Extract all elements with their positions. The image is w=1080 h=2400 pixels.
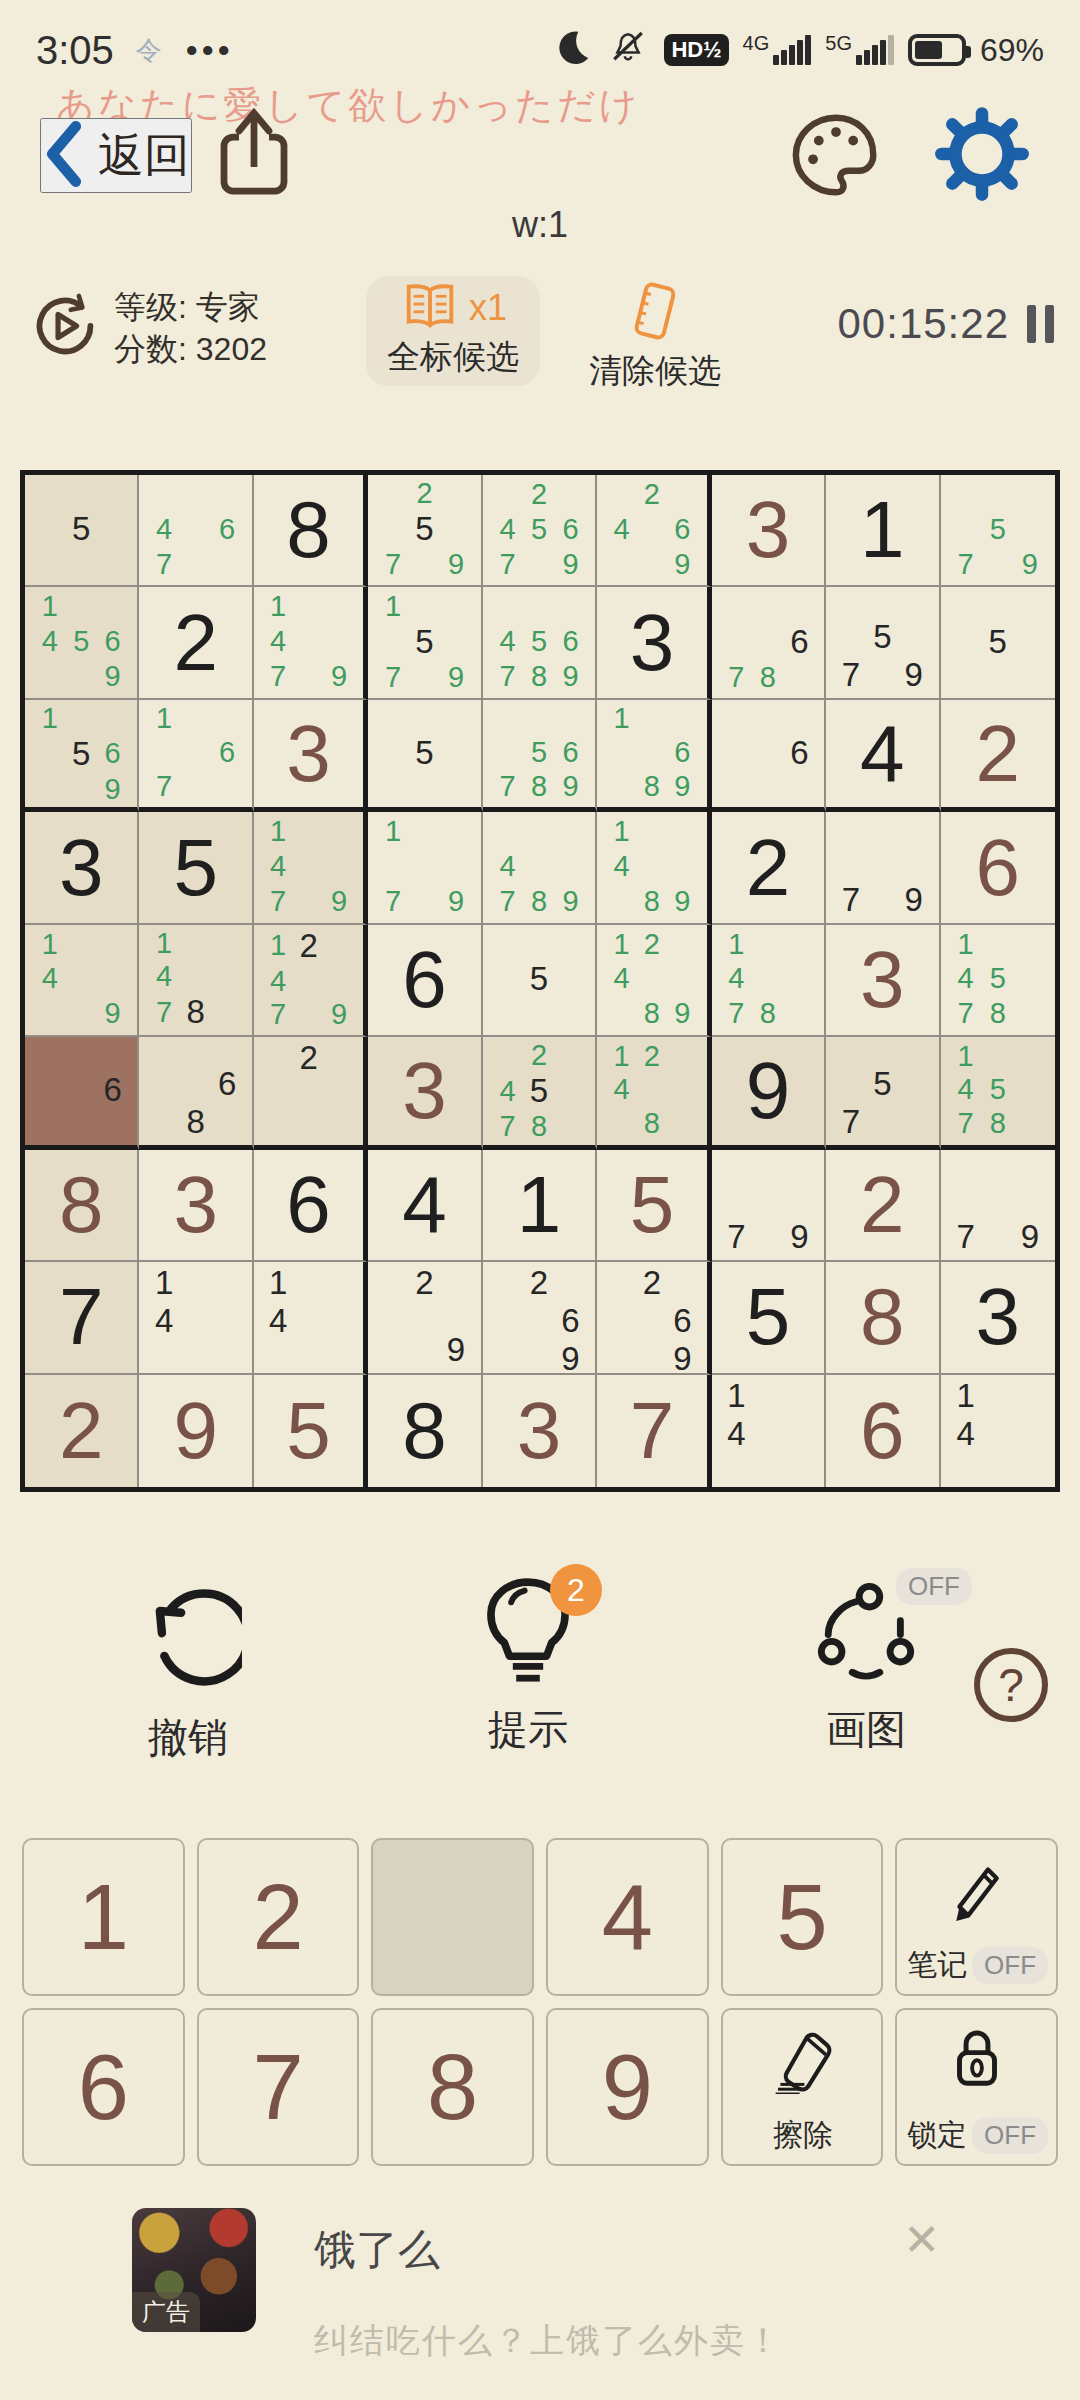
note-digit: 6 xyxy=(667,1302,697,1340)
cell-r4c6[interactable]: 1489 xyxy=(597,812,711,924)
pencil-marks: 1479 xyxy=(263,589,354,693)
candidate-digit: 6 xyxy=(97,624,128,659)
cell-r1c5[interactable]: 245679 xyxy=(483,475,597,587)
cell-r7c4[interactable]: 4 xyxy=(368,1150,482,1262)
candidate-digit: 2 xyxy=(637,477,667,512)
cell-r1c4[interactable]: 2579 xyxy=(368,475,482,587)
note-digit: 5 xyxy=(409,623,440,661)
candidate-digit: 6 xyxy=(211,512,242,547)
cell-r3c9[interactable]: 2 xyxy=(941,700,1055,812)
cell-r5c5[interactable]: 5 xyxy=(483,925,597,1037)
mark-all-label: 全标候选 xyxy=(387,335,519,380)
note-digit: 4 xyxy=(263,1302,293,1340)
pencil-marks: 1478 xyxy=(148,927,242,1031)
given-digit: 7 xyxy=(25,1262,137,1372)
numpad-4[interactable]: 4 xyxy=(546,1838,709,1996)
palette-icon xyxy=(790,186,882,201)
notification-dots-icon: ••• xyxy=(186,31,234,70)
cell-r3c1[interactable]: 1569 xyxy=(25,700,139,812)
mute-bell-icon xyxy=(606,28,650,72)
candidate-digit: 4 xyxy=(492,849,523,884)
cell-r6c3[interactable]: 2 xyxy=(254,1037,368,1149)
timer-block: 00:15:22 xyxy=(838,300,1055,348)
cell-r3c2[interactable]: 167 xyxy=(139,700,253,812)
cell-r6c9[interactable]: 14578 xyxy=(941,1037,1055,1149)
pencil-marks: 79 xyxy=(721,1152,815,1256)
cell-r4c1[interactable]: 3 xyxy=(25,812,139,924)
numpad-2[interactable]: 2 xyxy=(197,1838,360,1996)
notes-caption: 笔记OFF xyxy=(907,1945,1048,1986)
note-digit: 9 xyxy=(784,1218,815,1256)
clock: 3:05 xyxy=(36,28,114,73)
question-mark-label: ? xyxy=(998,1658,1024,1712)
candidate-digit: 4 xyxy=(263,849,293,884)
cell-r1c2[interactable]: 467 xyxy=(139,475,253,587)
numpad-9[interactable]: 9 xyxy=(546,2008,709,2166)
cell-r1c3[interactable]: 8 xyxy=(254,475,368,587)
note-digit: 9 xyxy=(555,1340,586,1378)
cell-r1c1[interactable]: 5 xyxy=(25,475,139,587)
hd-voice-icon: HD½ xyxy=(664,34,728,66)
pencil-marks: 5 xyxy=(377,702,471,803)
replay-level-icon[interactable] xyxy=(28,289,102,367)
candidate-digit: 7 xyxy=(263,998,293,1031)
cell-r9c5[interactable]: 3 xyxy=(483,1375,597,1487)
candidate-digit: 5 xyxy=(982,512,1014,547)
cell-r7c9[interactable]: 79 xyxy=(941,1150,1055,1262)
cell-r2c4[interactable]: 1579 xyxy=(368,587,482,699)
candidate-digit: 7 xyxy=(377,884,408,919)
note-digit: 5 xyxy=(65,510,96,548)
note-digit: 9 xyxy=(898,656,929,694)
candidate-digit: 9 xyxy=(440,548,471,581)
user-digit: 3 xyxy=(254,700,363,807)
candidate-digit: 1 xyxy=(606,702,636,736)
cell-r6c2[interactable]: 68 xyxy=(139,1037,253,1149)
candidate-digit: 8 xyxy=(523,884,554,919)
notes-label: 笔记 xyxy=(907,1945,967,1986)
cell-r5c6[interactable]: 12489 xyxy=(597,925,711,1037)
cell-r5c9[interactable]: 14578 xyxy=(941,925,1055,1037)
candidate-digit: 7 xyxy=(492,1110,523,1143)
notes-button[interactable]: 笔记OFF xyxy=(895,1838,1058,1996)
cell-r6c1[interactable]: 6 xyxy=(25,1037,139,1149)
note-digit: 7 xyxy=(835,656,866,694)
pencil-marks: 5 xyxy=(34,477,128,581)
cell-r2c7[interactable]: 678 xyxy=(712,587,826,699)
candidate-digit: 5 xyxy=(982,962,1014,997)
cell-r6c8[interactable]: 57 xyxy=(826,1037,940,1149)
note-digit: 6 xyxy=(97,1071,128,1109)
cell-r9c1[interactable]: 2 xyxy=(25,1375,139,1487)
candidate-digit: 8 xyxy=(752,996,783,1031)
candidate-digit: 9 xyxy=(667,996,697,1031)
numpad-digit: 2 xyxy=(252,1865,303,1970)
candidate-digit: 6 xyxy=(555,736,586,770)
note-digit: 2 xyxy=(293,1039,323,1077)
pencil-marks: 1579 xyxy=(377,589,471,693)
user-digit: 5 xyxy=(254,1375,363,1487)
candidate-digit: 4 xyxy=(606,1073,636,1107)
pencil-marks: 179 xyxy=(377,814,471,918)
numpad-6[interactable]: 6 xyxy=(22,2008,185,2166)
cell-r5c1[interactable]: 149 xyxy=(25,925,139,1037)
candidate-digit: 6 xyxy=(97,735,128,773)
candidate-digit: 7 xyxy=(148,547,179,582)
user-digit: 8 xyxy=(25,1150,137,1260)
user-digit: 8 xyxy=(826,1262,938,1372)
theme-palette-button[interactable] xyxy=(790,112,882,201)
cell-r4c9[interactable]: 6 xyxy=(941,812,1055,924)
note-digit: 6 xyxy=(784,734,815,772)
pencil-marks: 467 xyxy=(148,477,242,581)
candidate-digit: 9 xyxy=(667,884,697,919)
cell-r7c7[interactable]: 79 xyxy=(712,1150,826,1262)
cell-r9c3[interactable]: 5 xyxy=(254,1375,368,1487)
note-digit: 1 xyxy=(148,1264,179,1302)
given-digit: 8 xyxy=(254,475,363,585)
cell-r2c9[interactable]: 5 xyxy=(941,587,1055,699)
sudoku-board: 5467825792456792469315791456921479157945… xyxy=(20,470,1060,1492)
cell-r1c6[interactable]: 2469 xyxy=(597,475,711,587)
note-digit: 7 xyxy=(950,1218,982,1256)
puzzle-id: w:1 xyxy=(0,204,1080,246)
clear-candidates-button[interactable]: 清除候选 xyxy=(566,280,744,394)
cell-r2c6[interactable]: 3 xyxy=(597,587,711,699)
cell-r2c3[interactable]: 1479 xyxy=(254,587,368,699)
note-digit: 5 xyxy=(409,510,440,548)
candidate-digit: 9 xyxy=(324,659,354,694)
undo-label: 撤销 xyxy=(148,1710,228,1765)
candidate-digit: 9 xyxy=(97,996,128,1031)
cell-r4c4[interactable]: 179 xyxy=(368,812,482,924)
candidate-digit: 9 xyxy=(440,884,471,919)
candidate-digit: 2 xyxy=(637,1039,667,1073)
cell-r4c2[interactable]: 5 xyxy=(139,812,253,924)
cell-r7c1[interactable]: 8 xyxy=(25,1150,139,1262)
cell-r1c8[interactable]: 1 xyxy=(826,475,940,587)
pencil-marks: 14569 xyxy=(34,589,128,693)
note-digit: 5 xyxy=(867,1065,898,1103)
cell-r9c4[interactable]: 8 xyxy=(368,1375,482,1487)
candidate-digit: 4 xyxy=(606,849,636,884)
pencil-marks: 79 xyxy=(835,814,929,918)
cell-r4c5[interactable]: 4789 xyxy=(483,812,597,924)
note-digit: 1 xyxy=(721,1377,752,1415)
lock-caption: 锁定OFF xyxy=(907,2115,1048,2156)
ad-title: 饿了么 xyxy=(314,2222,782,2278)
pencil-icon xyxy=(897,1852,1056,1922)
pencil-marks: 6 xyxy=(721,702,815,803)
lock-state-badge: OFF xyxy=(972,2117,1048,2154)
battery-icon xyxy=(908,34,966,66)
note-digit: 5 xyxy=(982,623,1014,661)
numpad-row-2: 6789擦除锁定OFF xyxy=(22,2008,1058,2166)
cell-r6c7[interactable]: 9 xyxy=(712,1037,826,1149)
candidate-digit: 7 xyxy=(950,996,982,1031)
cell-r5c7[interactable]: 1478 xyxy=(712,925,826,1037)
lock-button[interactable]: 锁定OFF xyxy=(895,2008,1058,2166)
candidate-digit: 9 xyxy=(667,547,697,582)
numpad-8[interactable]: 8 xyxy=(371,2008,534,2166)
cell-r5c3[interactable]: 12479 xyxy=(254,925,368,1037)
note-digit: 5 xyxy=(867,618,898,656)
user-digit: 3 xyxy=(139,1150,251,1260)
given-digit: 3 xyxy=(597,587,706,697)
cell-r8c8[interactable]: 8 xyxy=(826,1262,940,1374)
candidate-digit: 5 xyxy=(523,736,554,770)
status-bar: 3:05 令 ••• HD½ 4G 5G 69% xyxy=(0,18,1080,82)
undo-button[interactable]: 撤销 xyxy=(78,1580,298,1765)
given-digit: 2 xyxy=(139,587,251,697)
clear-candidates-label: 清除候选 xyxy=(589,349,721,394)
ad-banner: 广告 饿了么 纠结吃什么？上饿了么外卖！ xyxy=(132,2208,1020,2340)
cell-r3c8[interactable]: 4 xyxy=(826,700,940,812)
help-button[interactable]: ? xyxy=(974,1648,1048,1722)
candidate-digit: 6 xyxy=(211,736,242,770)
candidate-digit: 4 xyxy=(492,624,523,659)
note-digit: 5 xyxy=(65,735,96,773)
note-digit: 6 xyxy=(555,1302,586,1340)
pencil-marks: 14 xyxy=(263,1264,354,1368)
cell-r7c6[interactable]: 5 xyxy=(597,1150,711,1262)
settings-button[interactable] xyxy=(932,104,1032,207)
cell-r2c8[interactable]: 579 xyxy=(826,587,940,699)
candidate-digit: 2 xyxy=(409,477,440,510)
cell-r1c7[interactable]: 3 xyxy=(712,475,826,587)
draw-toggle-button[interactable]: OFF 画图 xyxy=(756,1572,976,1757)
cell-r7c8[interactable]: 2 xyxy=(826,1150,940,1262)
cell-r9c9[interactable]: 14 xyxy=(941,1375,1055,1487)
candidate-digit: 4 xyxy=(492,512,523,547)
user-digit: 7 xyxy=(597,1375,706,1487)
mark-all-candidates-button[interactable]: x1 全标候选 xyxy=(366,276,540,386)
cell-r1c9[interactable]: 579 xyxy=(941,475,1055,587)
candidate-digit: 8 xyxy=(523,770,554,804)
cell-r4c8[interactable]: 79 xyxy=(826,812,940,924)
cell-r8c6[interactable]: 269 xyxy=(597,1262,711,1374)
pencil-marks: 24578 xyxy=(492,1039,586,1140)
pencil-marks: 1248 xyxy=(606,1039,697,1140)
signal-4g-icon: 4G xyxy=(743,35,812,65)
candidate-digit: 1 xyxy=(34,927,65,962)
cell-r8c1[interactable]: 7 xyxy=(25,1262,139,1374)
candidate-digit: 8 xyxy=(637,1107,667,1141)
battery-percent: 69% xyxy=(980,32,1044,69)
cell-r5c4[interactable]: 6 xyxy=(368,925,482,1037)
ad-close-icon[interactable]: ✕ xyxy=(903,2214,940,2265)
candidate-digit: 4 xyxy=(34,962,65,997)
erase-caption: 擦除 xyxy=(733,2115,874,2156)
pencil-marks: 269 xyxy=(492,1264,586,1368)
clear-card-icon xyxy=(625,280,685,345)
pencil-marks: 149 xyxy=(34,927,128,1031)
ad-subtitle: 纠结吃什么？上饿了么外卖！ xyxy=(314,2318,782,2364)
candidate-digit: 2 xyxy=(523,1039,554,1072)
share-button[interactable] xyxy=(206,104,302,203)
candidate-digit: 9 xyxy=(1014,547,1046,582)
cell-r5c8[interactable]: 3 xyxy=(826,925,940,1037)
candidate-digit: 8 xyxy=(637,770,667,804)
candidate-digit: 8 xyxy=(982,996,1014,1031)
candidate-digit: 1 xyxy=(148,927,179,960)
cell-r8c9[interactable]: 3 xyxy=(941,1262,1055,1374)
pencil-marks: 579 xyxy=(835,589,929,693)
candidate-digit: 1 xyxy=(148,702,179,736)
candidate-digit: 9 xyxy=(555,770,586,804)
note-digit: 8 xyxy=(180,993,211,1031)
note-digit: 2 xyxy=(523,1264,554,1302)
note-digit: 7 xyxy=(721,1218,752,1256)
user-digit: 9 xyxy=(139,1375,251,1487)
cell-r2c2[interactable]: 2 xyxy=(139,587,253,699)
cell-r3c4[interactable]: 5 xyxy=(368,700,482,812)
hint-button[interactable]: 2 提示 xyxy=(418,1572,638,1757)
note-digit: 2 xyxy=(293,927,323,965)
candidate-digit: 4 xyxy=(148,512,179,547)
timer-value: 00:15:22 xyxy=(838,300,1010,348)
cell-r8c5[interactable]: 269 xyxy=(483,1262,597,1374)
share-icon xyxy=(206,188,302,203)
candidate-digit: 4 xyxy=(34,624,65,659)
pencil-marks: 1689 xyxy=(606,702,697,803)
candidate-digit: 9 xyxy=(555,659,586,694)
erase-button[interactable]: 擦除 xyxy=(721,2008,884,2166)
candidate-digit: 7 xyxy=(950,547,982,582)
lock-label: 锁定 xyxy=(907,2115,967,2156)
cell-r5c2[interactable]: 1478 xyxy=(139,925,253,1037)
candidate-digit: 6 xyxy=(555,624,586,659)
candidate-digit: 1 xyxy=(606,927,636,962)
pencil-marks: 79 xyxy=(950,1152,1046,1256)
candidate-digit: 1 xyxy=(950,1039,982,1073)
pencil-marks: 1489 xyxy=(606,814,697,918)
pencil-marks: 678 xyxy=(721,589,815,693)
candidate-digit: 1 xyxy=(721,927,752,962)
cell-r4c7[interactable]: 2 xyxy=(712,812,826,924)
cell-r9c8[interactable]: 6 xyxy=(826,1375,940,1487)
note-digit: 5 xyxy=(409,734,440,772)
candidate-digit: 9 xyxy=(97,773,128,806)
cell-r6c6[interactable]: 1248 xyxy=(597,1037,711,1149)
candidate-digit: 1 xyxy=(263,589,293,624)
numpad-1[interactable]: 1 xyxy=(22,1838,185,1996)
pencil-marks: 12479 xyxy=(263,927,354,1031)
pencil-marks: 5 xyxy=(950,589,1046,693)
pencil-marks: 57 xyxy=(835,1039,929,1140)
note-digit: 4 xyxy=(148,1302,179,1340)
candidate-digit: 7 xyxy=(950,1107,982,1141)
pencil-marks: 6 xyxy=(34,1039,128,1140)
note-digit: 9 xyxy=(440,1331,471,1369)
cell-r3c6[interactable]: 1689 xyxy=(597,700,711,812)
candidate-digit: 9 xyxy=(555,884,586,919)
numpad-5[interactable]: 5 xyxy=(721,1838,884,1996)
candidate-digit: 4 xyxy=(492,1072,523,1110)
pencil-marks: 245679 xyxy=(492,477,586,581)
open-book-icon xyxy=(399,282,461,333)
candidate-digit: 7 xyxy=(492,547,523,582)
pencil-marks: 1479 xyxy=(263,814,354,918)
note-digit: 4 xyxy=(721,1415,752,1453)
cell-r2c1[interactable]: 14569 xyxy=(25,587,139,699)
candidate-digit: 7 xyxy=(148,993,179,1031)
numpad-7[interactable]: 7 xyxy=(197,2008,360,2166)
note-digit: 1 xyxy=(263,1264,293,1302)
user-digit: 6 xyxy=(941,812,1055,922)
candidate-digit: 8 xyxy=(523,659,554,694)
cell-r2c5[interactable]: 456789 xyxy=(483,587,597,699)
cell-r7c5[interactable]: 1 xyxy=(483,1150,597,1262)
back-label: 返回 xyxy=(98,125,190,187)
pencil-marks: 29 xyxy=(377,1264,471,1368)
candidate-digit: 1 xyxy=(606,814,636,849)
draw-state-badge: OFF xyxy=(896,1568,972,1605)
eraser-icon xyxy=(723,2022,882,2094)
pencil-marks: 1569 xyxy=(34,702,128,803)
cell-r7c2[interactable]: 3 xyxy=(139,1150,253,1262)
cell-r8c7[interactable]: 5 xyxy=(712,1262,826,1374)
numpad-digit: 9 xyxy=(602,2035,653,2140)
cell-r9c2[interactable]: 9 xyxy=(139,1375,253,1487)
ad-thumbnail[interactable]: 广告 xyxy=(132,2208,256,2332)
given-digit: 2 xyxy=(712,812,824,922)
candidate-digit: 8 xyxy=(982,1107,1014,1141)
cell-r9c6[interactable]: 7 xyxy=(597,1375,711,1487)
candidate-digit: 6 xyxy=(667,512,697,547)
cell-r8c2[interactable]: 14 xyxy=(139,1262,253,1374)
pencil-marks: 2579 xyxy=(377,477,471,581)
note-digit: 7 xyxy=(835,1103,866,1141)
numpad-3-exhausted[interactable] xyxy=(371,1838,534,1996)
candidate-digit: 5 xyxy=(523,512,554,547)
note-digit: 6 xyxy=(784,623,815,661)
pause-button[interactable] xyxy=(1027,305,1054,343)
candidate-digit: 9 xyxy=(555,547,586,582)
candidate-digit: 4 xyxy=(263,965,293,998)
numpad-digit: 7 xyxy=(252,2035,303,2140)
pencil-marks: 14 xyxy=(148,1264,242,1368)
cell-r8c3[interactable]: 14 xyxy=(254,1262,368,1374)
pencil-marks: 579 xyxy=(950,477,1046,581)
cell-r7c3[interactable]: 6 xyxy=(254,1150,368,1262)
cell-r4c3[interactable]: 1479 xyxy=(254,812,368,924)
candidate-digit: 2 xyxy=(523,477,554,512)
cell-r3c7[interactable]: 6 xyxy=(712,700,826,812)
cell-r3c5[interactable]: 56789 xyxy=(483,700,597,812)
candidate-digit: 1 xyxy=(606,1039,636,1073)
cell-r6c4[interactable]: 3 xyxy=(368,1037,482,1149)
candidate-digit: 7 xyxy=(721,661,752,694)
numpad-row-1: 1245笔记OFF xyxy=(22,1838,1058,1996)
candidate-digit: 1 xyxy=(377,589,408,622)
pencil-marks: 14 xyxy=(721,1377,815,1483)
note-digit: 2 xyxy=(637,1264,667,1302)
back-button[interactable]: 返回 xyxy=(40,118,192,193)
candidate-digit: 5 xyxy=(982,1073,1014,1107)
cell-r9c7[interactable]: 14 xyxy=(712,1375,826,1487)
cell-r6c5[interactable]: 24578 xyxy=(483,1037,597,1149)
candidate-digit: 1 xyxy=(950,927,982,962)
candidate-digit: 7 xyxy=(492,884,523,919)
cell-r8c4[interactable]: 29 xyxy=(368,1262,482,1374)
pencil-marks: 68 xyxy=(148,1039,242,1140)
candidate-digit: 1 xyxy=(263,814,293,849)
candidate-digit: 4 xyxy=(950,1073,982,1107)
candidate-digit: 7 xyxy=(492,659,523,694)
cell-r3c3[interactable]: 3 xyxy=(254,700,368,812)
candidate-digit: 9 xyxy=(440,661,471,694)
